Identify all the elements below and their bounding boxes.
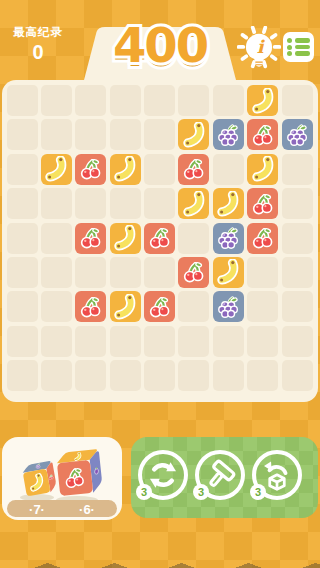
cell-empty xyxy=(282,257,313,288)
banana-icon xyxy=(181,122,207,148)
cell-empty xyxy=(144,85,175,116)
cell-empty xyxy=(213,326,244,357)
cell-empty xyxy=(282,85,313,116)
banana-icon xyxy=(112,225,138,251)
cell-empty xyxy=(282,154,313,185)
swap-icon xyxy=(147,459,179,491)
cell-empty xyxy=(7,257,38,288)
cell-empty xyxy=(110,119,141,150)
grape-icon xyxy=(215,122,241,148)
cell-empty xyxy=(213,85,244,116)
cherry-icon xyxy=(147,294,173,320)
lightbulb-info-icon: i xyxy=(237,26,281,70)
cell-empty xyxy=(247,257,278,288)
cell-empty xyxy=(75,119,106,150)
swap-count-badge: 3 xyxy=(136,484,152,500)
hammer-icon xyxy=(204,459,236,491)
cell-empty xyxy=(178,360,209,391)
cell-empty xyxy=(110,257,141,288)
hammer-count-badge: 3 xyxy=(193,484,209,500)
cherry-icon xyxy=(250,191,276,217)
grape-icon xyxy=(284,122,310,148)
cell-empty xyxy=(41,257,72,288)
cell-empty xyxy=(282,326,313,357)
die-count-label: ·6· xyxy=(63,502,111,517)
cherry-icon xyxy=(62,465,89,492)
cell-empty xyxy=(41,326,72,357)
tile-cherry[interactable] xyxy=(144,223,175,254)
tile-cherry[interactable] xyxy=(178,257,209,288)
cell-empty xyxy=(282,188,313,219)
cell-empty xyxy=(75,326,106,357)
cell-empty xyxy=(213,154,244,185)
best-score: 最高纪录 0 xyxy=(8,25,68,64)
tile-cherry[interactable] xyxy=(75,223,106,254)
tile-banana[interactable] xyxy=(213,257,244,288)
cherry-icon xyxy=(78,294,104,320)
cell-empty xyxy=(110,85,141,116)
menu-button[interactable] xyxy=(283,32,314,62)
cell-empty xyxy=(282,291,313,322)
cell-empty xyxy=(7,326,38,357)
cell-empty xyxy=(178,223,209,254)
cell-empty xyxy=(178,326,209,357)
cell-empty xyxy=(282,223,313,254)
app-screen: 最高纪录 0 400 400 i xyxy=(0,0,320,568)
cell-empty xyxy=(144,154,175,185)
cell-empty xyxy=(75,360,106,391)
tile-banana[interactable] xyxy=(178,188,209,219)
cell-empty xyxy=(144,257,175,288)
hammer-button[interactable]: 3 xyxy=(195,450,245,500)
powerups-card: 3 3 3 xyxy=(131,437,318,518)
cherry-icon xyxy=(78,156,104,182)
info-button[interactable]: i xyxy=(237,26,281,70)
tile-banana[interactable] xyxy=(110,291,141,322)
tile-cherry[interactable] xyxy=(247,119,278,150)
cell-empty xyxy=(41,223,72,254)
svg-text:400: 400 xyxy=(113,17,208,73)
tile-banana[interactable] xyxy=(178,119,209,150)
tile-cherry[interactable] xyxy=(75,291,106,322)
grape-icon xyxy=(215,294,241,320)
banana-icon xyxy=(215,259,241,285)
next-die-small xyxy=(22,461,58,497)
cell-empty xyxy=(7,291,38,322)
tile-banana[interactable] xyxy=(213,188,244,219)
tile-grape[interactable] xyxy=(213,119,244,150)
cell-empty xyxy=(7,360,38,391)
cherry-icon xyxy=(250,122,276,148)
undo-button[interactable]: 3 xyxy=(252,450,302,500)
board-grid xyxy=(7,85,313,391)
board-panel xyxy=(2,80,318,402)
best-score-label: 最高纪录 xyxy=(8,25,68,40)
list-menu-icon xyxy=(287,36,310,57)
cell-empty xyxy=(110,188,141,219)
cell-empty xyxy=(7,154,38,185)
banana-icon xyxy=(26,472,47,493)
tile-banana[interactable] xyxy=(41,154,72,185)
tile-grape[interactable] xyxy=(213,291,244,322)
tile-grape[interactable] xyxy=(213,223,244,254)
tile-cherry[interactable] xyxy=(247,188,278,219)
tile-cherry[interactable] xyxy=(178,154,209,185)
cell-empty xyxy=(7,188,38,219)
banana-icon xyxy=(215,191,241,217)
best-score-value: 0 xyxy=(8,41,68,64)
cell-empty xyxy=(144,188,175,219)
cell-empty xyxy=(144,360,175,391)
banana-icon xyxy=(43,156,69,182)
dice-count-bar: ·7· ·6· xyxy=(7,500,117,517)
cell-empty xyxy=(144,119,175,150)
banana-icon xyxy=(181,191,207,217)
tile-banana[interactable] xyxy=(110,154,141,185)
dice-tray-card: ·7· ·6· xyxy=(2,437,122,520)
cell-empty xyxy=(144,326,175,357)
cell-empty xyxy=(41,291,72,322)
cell-empty xyxy=(282,360,313,391)
cell-empty xyxy=(7,223,38,254)
tile-cherry[interactable] xyxy=(247,223,278,254)
cell-empty xyxy=(110,360,141,391)
cell-empty xyxy=(247,360,278,391)
die-count-label: ·7· xyxy=(13,502,61,517)
score-value: 400 400 xyxy=(84,16,236,78)
tile-grape[interactable] xyxy=(282,119,313,150)
banana-icon xyxy=(112,294,138,320)
cell-empty xyxy=(110,326,141,357)
cell-empty xyxy=(247,326,278,357)
cell-empty xyxy=(41,188,72,219)
die-front-face xyxy=(23,469,51,497)
undo-count-badge: 3 xyxy=(250,484,266,500)
next-die-large xyxy=(56,449,103,496)
eggplant-icon xyxy=(90,460,101,481)
cherry-icon xyxy=(181,156,207,182)
cell-empty xyxy=(7,119,38,150)
cell-empty xyxy=(75,188,106,219)
undo-icon xyxy=(261,459,293,491)
cell-empty xyxy=(7,85,38,116)
cherry-icon xyxy=(147,225,173,251)
tile-cherry[interactable] xyxy=(144,291,175,322)
cell-empty xyxy=(41,119,72,150)
cell-empty xyxy=(41,360,72,391)
banana-icon xyxy=(112,156,138,182)
cherry-icon xyxy=(250,225,276,251)
cell-empty xyxy=(41,85,72,116)
tile-banana[interactable] xyxy=(247,85,278,116)
banana-icon xyxy=(250,88,276,114)
cell-empty xyxy=(178,291,209,322)
cell-empty xyxy=(247,291,278,322)
banana-icon xyxy=(250,156,276,182)
cherry-icon xyxy=(181,259,207,285)
tile-cherry[interactable] xyxy=(75,154,106,185)
tile-banana[interactable] xyxy=(247,154,278,185)
cell-empty xyxy=(75,85,106,116)
bottom-deco xyxy=(0,563,320,568)
cell-empty xyxy=(75,257,106,288)
swap-button[interactable]: 3 xyxy=(138,450,188,500)
tile-banana[interactable] xyxy=(110,223,141,254)
cell-empty xyxy=(178,85,209,116)
grape-icon xyxy=(215,225,241,251)
die-front-face xyxy=(57,460,93,496)
cell-empty xyxy=(213,360,244,391)
cherry-icon xyxy=(78,225,104,251)
